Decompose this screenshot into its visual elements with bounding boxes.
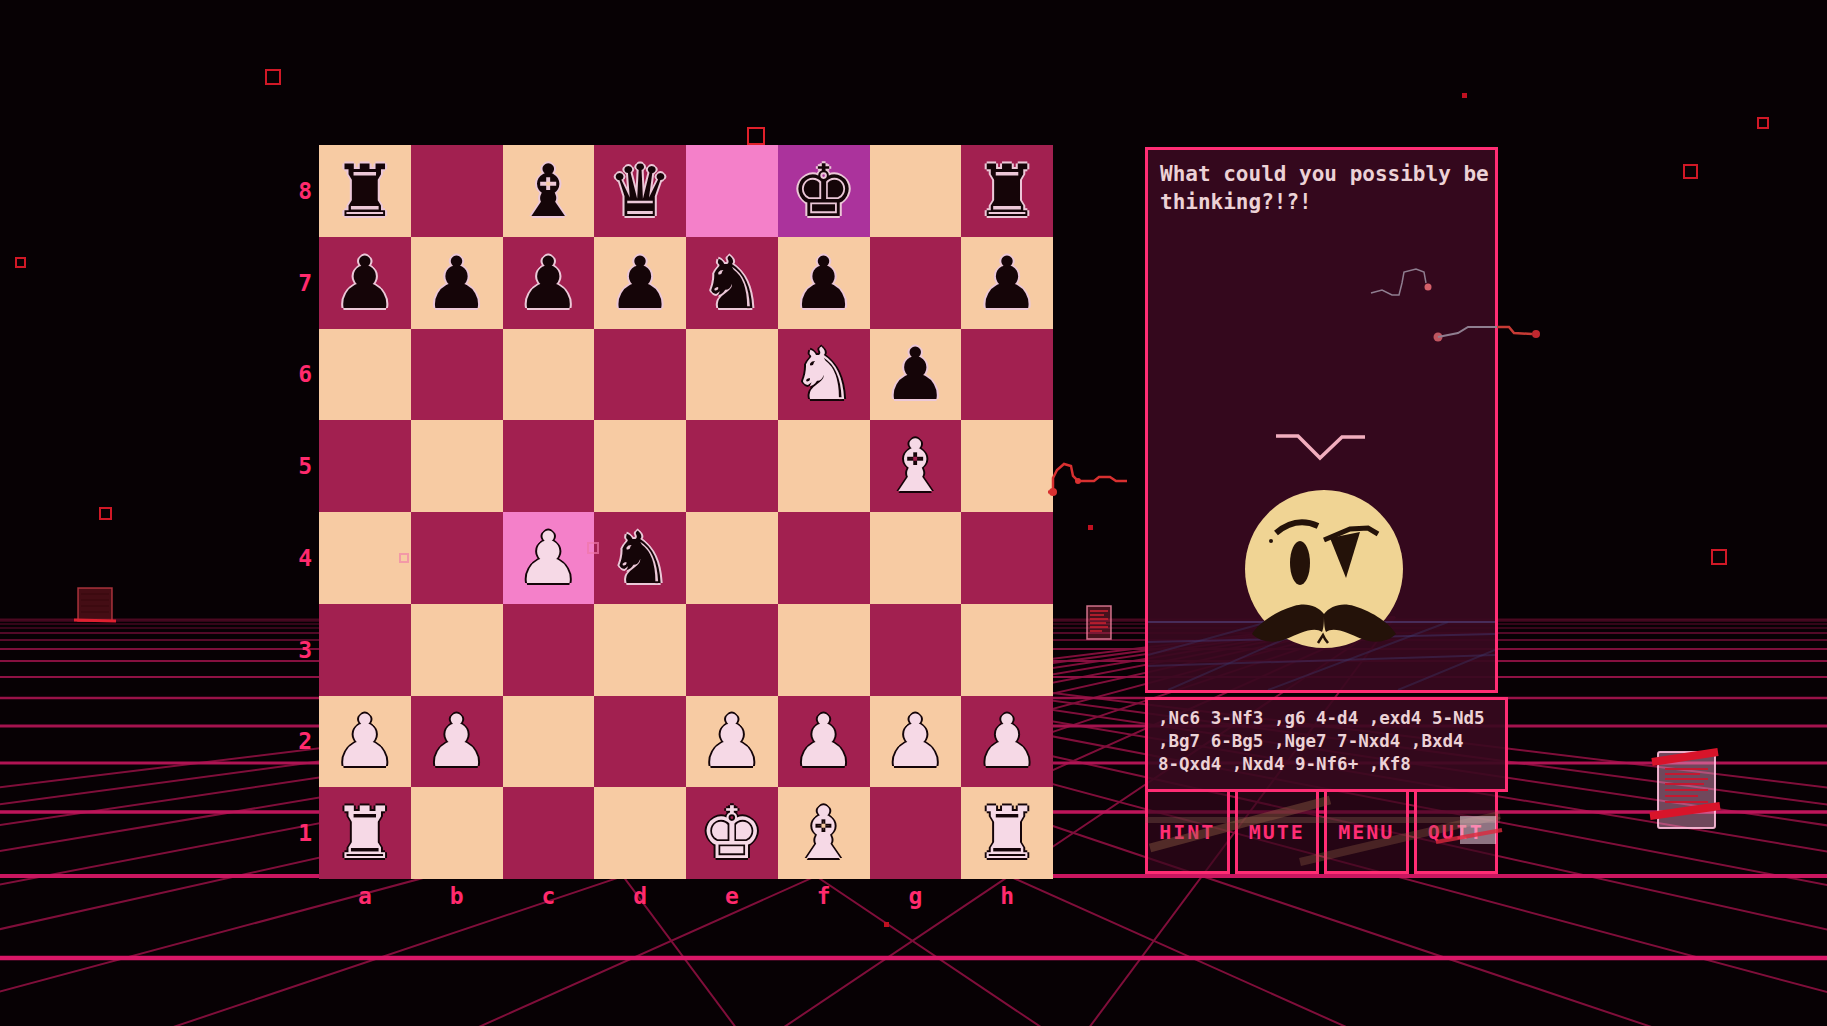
square-g5[interactable]: ♝ — [870, 420, 962, 512]
piece-black-king[interactable]: ♚ — [791, 155, 856, 227]
move-history-line-1: ,Nc6 3-Nf3 ,g6 4-d4 ,exd4 5-Nd5 — [1158, 707, 1505, 730]
square-g6[interactable]: ♟ — [870, 329, 962, 421]
file-label-a: a — [319, 880, 411, 912]
square-b4[interactable] — [411, 512, 503, 604]
mute-button[interactable]: MUTE — [1235, 789, 1320, 874]
rank-labels: 87654321 — [282, 145, 312, 879]
piece-black-knight[interactable]: ♞ — [700, 247, 765, 319]
dialogue-box: What could you possibly be thinking?!?! — [1145, 147, 1498, 693]
square-c2[interactable] — [503, 696, 595, 788]
rank-label-3: 3 — [282, 604, 312, 696]
square-d2[interactable] — [594, 696, 686, 788]
piece-white-pawn[interactable]: ♟ — [791, 705, 856, 777]
square-f5[interactable] — [778, 420, 870, 512]
piece-white-pawn[interactable]: ♟ — [516, 522, 581, 594]
square-e7[interactable]: ♞ — [686, 237, 778, 329]
square-d4[interactable]: ♞ — [594, 512, 686, 604]
square-f1[interactable]: ♝ — [778, 787, 870, 879]
chess-board: ♜♝♛♚♜♟♟♟♟♞♟♟♞♟♝♟♞♟♟♟♟♟♟♜♚♝♜ — [319, 145, 1053, 879]
square-f2[interactable]: ♟ — [778, 696, 870, 788]
square-h6[interactable] — [961, 329, 1053, 421]
square-h3[interactable] — [961, 604, 1053, 696]
square-e5[interactable] — [686, 420, 778, 512]
square-h2[interactable]: ♟ — [961, 696, 1053, 788]
square-d8[interactable]: ♛ — [594, 145, 686, 237]
horizon-cube-right — [1087, 606, 1111, 639]
square-d3[interactable] — [594, 604, 686, 696]
square-b7[interactable]: ♟ — [411, 237, 503, 329]
square-b2[interactable]: ♟ — [411, 696, 503, 788]
square-f4[interactable] — [778, 512, 870, 604]
rank-label-5: 5 — [282, 420, 312, 512]
game-screen: ♜♝♛♚♜♟♟♟♟♞♟♟♞♟♝♟♞♟♟♟♟♟♟♜♚♝♜ 87654321 abc… — [0, 0, 1827, 1026]
square-a8[interactable]: ♜ — [319, 145, 411, 237]
piece-white-bishop[interactable]: ♝ — [883, 430, 948, 502]
piece-white-rook[interactable]: ♜ — [333, 797, 398, 869]
square-g3[interactable] — [870, 604, 962, 696]
square-c4[interactable]: ♟ — [503, 512, 595, 604]
piece-black-knight[interactable]: ♞ — [608, 522, 673, 594]
square-f7[interactable]: ♟ — [778, 237, 870, 329]
square-f3[interactable] — [778, 604, 870, 696]
piece-white-pawn[interactable]: ♟ — [883, 705, 948, 777]
quit-button[interactable]: QUIT — [1414, 789, 1499, 874]
square-e3[interactable] — [686, 604, 778, 696]
square-e2[interactable]: ♟ — [686, 696, 778, 788]
piece-white-king[interactable]: ♚ — [700, 797, 765, 869]
file-label-e: e — [686, 880, 778, 912]
piece-white-pawn[interactable]: ♟ — [333, 705, 398, 777]
square-c5[interactable] — [503, 420, 595, 512]
square-c6[interactable] — [503, 329, 595, 421]
move-history: ,Nc6 3-Nf3 ,g6 4-d4 ,exd4 5-Nd5 ,Bg7 6-B… — [1145, 697, 1508, 792]
piece-black-pawn[interactable]: ♟ — [424, 247, 489, 319]
square-h7[interactable]: ♟ — [961, 237, 1053, 329]
dialogue-line-1: What could you possibly be — [1160, 162, 1489, 186]
square-d6[interactable] — [594, 329, 686, 421]
file-label-b: b — [411, 880, 503, 912]
file-labels: abcdefgh — [319, 880, 1053, 912]
piece-black-pawn[interactable]: ♟ — [791, 247, 856, 319]
piece-black-pawn[interactable]: ♟ — [333, 247, 398, 319]
piece-black-rook[interactable]: ♜ — [333, 155, 398, 227]
square-g7[interactable] — [870, 237, 962, 329]
rank-label-4: 4 — [282, 512, 312, 604]
piece-black-pawn[interactable]: ♟ — [608, 247, 673, 319]
square-d7[interactable]: ♟ — [594, 237, 686, 329]
horizon-cube-left — [74, 588, 116, 621]
square-a2[interactable]: ♟ — [319, 696, 411, 788]
menu-button[interactable]: MENU — [1324, 789, 1409, 874]
square-h1[interactable]: ♜ — [961, 787, 1053, 879]
square-h8[interactable]: ♜ — [961, 145, 1053, 237]
piece-white-rook[interactable]: ♜ — [975, 797, 1040, 869]
square-b3[interactable] — [411, 604, 503, 696]
piece-white-pawn[interactable]: ♟ — [975, 705, 1040, 777]
piece-black-pawn[interactable]: ♟ — [975, 247, 1040, 319]
circuit-trace-board-edge — [1048, 464, 1127, 496]
square-e6[interactable] — [686, 329, 778, 421]
square-a7[interactable]: ♟ — [319, 237, 411, 329]
piece-black-rook[interactable]: ♜ — [975, 155, 1040, 227]
square-b1[interactable] — [411, 787, 503, 879]
angry-mustache-face-icon — [1238, 428, 1418, 668]
hint-button[interactable]: HINT — [1145, 789, 1230, 874]
piece-black-queen[interactable]: ♛ — [608, 155, 673, 227]
square-d5[interactable] — [594, 420, 686, 512]
piece-white-pawn[interactable]: ♟ — [700, 705, 765, 777]
square-g8[interactable] — [870, 145, 962, 237]
piece-black-bishop[interactable]: ♝ — [516, 155, 581, 227]
file-label-g: g — [870, 880, 962, 912]
piece-white-pawn[interactable]: ♟ — [424, 705, 489, 777]
square-h4[interactable] — [961, 512, 1053, 604]
square-d1[interactable] — [594, 787, 686, 879]
square-c3[interactable] — [503, 604, 595, 696]
dialogue-text: What could you possibly be thinking?!?! — [1160, 160, 1490, 216]
file-label-h: h — [961, 880, 1053, 912]
square-c8[interactable]: ♝ — [503, 145, 595, 237]
file-label-d: d — [594, 880, 686, 912]
file-label-f: f — [778, 880, 870, 912]
square-e1[interactable]: ♚ — [686, 787, 778, 879]
piece-white-bishop[interactable]: ♝ — [791, 797, 856, 869]
rank-label-1: 1 — [282, 787, 312, 879]
square-c1[interactable] — [503, 787, 595, 879]
rank-label-2: 2 — [282, 696, 312, 788]
square-e4[interactable] — [686, 512, 778, 604]
glitch-document — [1650, 752, 1720, 828]
square-a6[interactable] — [319, 329, 411, 421]
square-b8[interactable] — [411, 145, 503, 237]
square-c7[interactable]: ♟ — [503, 237, 595, 329]
rank-label-8: 8 — [282, 145, 312, 237]
move-history-line-3: 8-Qxd4 ,Nxd4 9-Nf6+ ,Kf8 — [1158, 753, 1505, 776]
square-g4[interactable] — [870, 512, 962, 604]
rank-label-6: 6 — [282, 329, 312, 421]
square-a3[interactable] — [319, 604, 411, 696]
square-a5[interactable] — [319, 420, 411, 512]
square-a1[interactable]: ♜ — [319, 787, 411, 879]
square-f8[interactable]: ♚ — [778, 145, 870, 237]
piece-white-knight[interactable]: ♞ — [791, 338, 856, 410]
square-h5[interactable] — [961, 420, 1053, 512]
button-row: HINT MUTE MENU QUIT — [1145, 789, 1498, 874]
square-a4[interactable] — [319, 512, 411, 604]
square-b5[interactable] — [411, 420, 503, 512]
piece-black-pawn[interactable]: ♟ — [516, 247, 581, 319]
square-e8[interactable] — [686, 145, 778, 237]
dialogue-line-2: thinking?!?! — [1160, 190, 1312, 214]
move-history-line-2: ,Bg7 6-Bg5 ,Nge7 7-Nxd4 ,Bxd4 — [1158, 730, 1505, 753]
square-g1[interactable] — [870, 787, 962, 879]
square-b6[interactable] — [411, 329, 503, 421]
rank-label-7: 7 — [282, 237, 312, 329]
square-g2[interactable]: ♟ — [870, 696, 962, 788]
piece-black-pawn[interactable]: ♟ — [883, 338, 948, 410]
file-label-c: c — [503, 880, 595, 912]
square-f6[interactable]: ♞ — [778, 329, 870, 421]
